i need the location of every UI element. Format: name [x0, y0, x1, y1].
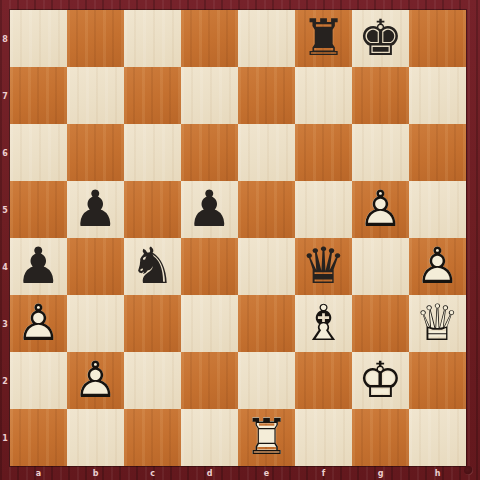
- square-a1[interactable]: [10, 409, 67, 466]
- piece-black-pawn[interactable]: ♟: [181, 181, 238, 238]
- square-g6[interactable]: [352, 124, 409, 181]
- square-a5[interactable]: [10, 181, 67, 238]
- corner-mark: [464, 466, 473, 475]
- board-frame: ♜♚♟♟♟♙♟♞♛♟♙♟♙♝♗♛♕♟♙♚♔♜♖ 87654321abcdefgh: [0, 0, 480, 480]
- piece-black-pawn[interactable]: ♟: [67, 181, 124, 238]
- black-pawn-glyph: ♟: [10, 238, 67, 295]
- piece-white-king[interactable]: ♚♔: [352, 352, 409, 409]
- file-label-g: g: [378, 469, 384, 478]
- square-a4[interactable]: ♟: [10, 238, 67, 295]
- rank-label-3: 3: [2, 319, 8, 328]
- square-g7[interactable]: [352, 67, 409, 124]
- square-f2[interactable]: [295, 352, 352, 409]
- square-b1[interactable]: [67, 409, 124, 466]
- piece-white-rook[interactable]: ♜♖: [238, 409, 295, 466]
- white-pawn-outline: ♙: [352, 181, 409, 238]
- piece-white-bishop[interactable]: ♝♗: [295, 295, 352, 352]
- square-h6[interactable]: [409, 124, 466, 181]
- square-e4[interactable]: [238, 238, 295, 295]
- square-b3[interactable]: [67, 295, 124, 352]
- white-bishop-outline: ♗: [295, 295, 352, 352]
- square-d2[interactable]: [181, 352, 238, 409]
- file-label-h: h: [435, 469, 441, 478]
- rank-label-8: 8: [2, 34, 8, 43]
- square-b8[interactable]: [67, 10, 124, 67]
- black-rook-glyph: ♜: [295, 10, 352, 67]
- square-e2[interactable]: [238, 352, 295, 409]
- piece-black-queen[interactable]: ♛: [295, 238, 352, 295]
- square-g8[interactable]: ♚: [352, 10, 409, 67]
- square-b7[interactable]: [67, 67, 124, 124]
- rank-label-7: 7: [2, 91, 8, 100]
- square-a3[interactable]: ♟♙: [10, 295, 67, 352]
- square-c2[interactable]: [124, 352, 181, 409]
- square-b6[interactable]: [67, 124, 124, 181]
- square-e7[interactable]: [238, 67, 295, 124]
- square-e3[interactable]: [238, 295, 295, 352]
- black-knight-glyph: ♞: [124, 238, 181, 295]
- rank-label-6: 6: [2, 148, 8, 157]
- square-f3[interactable]: ♝♗: [295, 295, 352, 352]
- white-pawn-outline: ♙: [409, 238, 466, 295]
- square-e8[interactable]: [238, 10, 295, 67]
- white-king-outline: ♔: [352, 352, 409, 409]
- square-h3[interactable]: ♛♕: [409, 295, 466, 352]
- square-e1[interactable]: ♜♖: [238, 409, 295, 466]
- black-pawn-glyph: ♟: [181, 181, 238, 238]
- square-e5[interactable]: [238, 181, 295, 238]
- file-label-c: c: [150, 469, 155, 478]
- rank-label-1: 1: [2, 433, 8, 442]
- square-d3[interactable]: [181, 295, 238, 352]
- square-g3[interactable]: [352, 295, 409, 352]
- square-d5[interactable]: ♟: [181, 181, 238, 238]
- square-e6[interactable]: [238, 124, 295, 181]
- square-d8[interactable]: [181, 10, 238, 67]
- square-h2[interactable]: [409, 352, 466, 409]
- file-label-e: e: [264, 469, 269, 478]
- piece-white-pawn[interactable]: ♟♙: [409, 238, 466, 295]
- square-h8[interactable]: [409, 10, 466, 67]
- square-h7[interactable]: [409, 67, 466, 124]
- square-a2[interactable]: [10, 352, 67, 409]
- square-c8[interactable]: [124, 10, 181, 67]
- white-queen-outline: ♕: [409, 295, 466, 352]
- square-h1[interactable]: [409, 409, 466, 466]
- square-h5[interactable]: [409, 181, 466, 238]
- rank-label-4: 4: [2, 262, 8, 271]
- square-c1[interactable]: [124, 409, 181, 466]
- white-pawn-outline: ♙: [10, 295, 67, 352]
- square-a7[interactable]: [10, 67, 67, 124]
- square-g2[interactable]: ♚♔: [352, 352, 409, 409]
- square-c6[interactable]: [124, 124, 181, 181]
- white-rook-outline: ♖: [238, 409, 295, 466]
- file-label-f: f: [322, 469, 325, 478]
- square-g5[interactable]: ♟♙: [352, 181, 409, 238]
- rank-label-2: 2: [2, 376, 8, 385]
- square-f4[interactable]: ♛: [295, 238, 352, 295]
- square-f8[interactable]: ♜: [295, 10, 352, 67]
- square-d6[interactable]: [181, 124, 238, 181]
- square-b5[interactable]: ♟: [67, 181, 124, 238]
- rank-label-5: 5: [2, 205, 8, 214]
- square-f6[interactable]: [295, 124, 352, 181]
- piece-black-king[interactable]: ♚: [352, 10, 409, 67]
- piece-white-pawn[interactable]: ♟♙: [67, 352, 124, 409]
- piece-white-pawn[interactable]: ♟♙: [352, 181, 409, 238]
- square-c3[interactable]: [124, 295, 181, 352]
- square-d1[interactable]: [181, 409, 238, 466]
- black-queen-glyph: ♛: [295, 238, 352, 295]
- black-king-glyph: ♚: [352, 10, 409, 67]
- black-pawn-glyph: ♟: [67, 181, 124, 238]
- square-c5[interactable]: [124, 181, 181, 238]
- square-f5[interactable]: [295, 181, 352, 238]
- square-h4[interactable]: ♟♙: [409, 238, 466, 295]
- piece-black-pawn[interactable]: ♟: [10, 238, 67, 295]
- square-a6[interactable]: [10, 124, 67, 181]
- chess-board: ♜♚♟♟♟♙♟♞♛♟♙♟♙♝♗♛♕♟♙♚♔♜♖: [10, 10, 466, 466]
- square-a8[interactable]: [10, 10, 67, 67]
- square-b4[interactable]: [67, 238, 124, 295]
- square-c4[interactable]: ♞: [124, 238, 181, 295]
- square-c7[interactable]: [124, 67, 181, 124]
- piece-white-queen[interactable]: ♛♕: [409, 295, 466, 352]
- square-d7[interactable]: [181, 67, 238, 124]
- square-g4[interactable]: [352, 238, 409, 295]
- square-b2[interactable]: ♟♙: [67, 352, 124, 409]
- piece-black-rook[interactable]: ♜: [295, 10, 352, 67]
- square-g1[interactable]: [352, 409, 409, 466]
- white-pawn-outline: ♙: [67, 352, 124, 409]
- file-label-a: a: [36, 469, 41, 478]
- piece-black-knight[interactable]: ♞: [124, 238, 181, 295]
- square-f1[interactable]: [295, 409, 352, 466]
- square-d4[interactable]: [181, 238, 238, 295]
- piece-white-pawn[interactable]: ♟♙: [10, 295, 67, 352]
- square-f7[interactable]: [295, 67, 352, 124]
- file-label-b: b: [93, 469, 99, 478]
- file-label-d: d: [207, 469, 213, 478]
